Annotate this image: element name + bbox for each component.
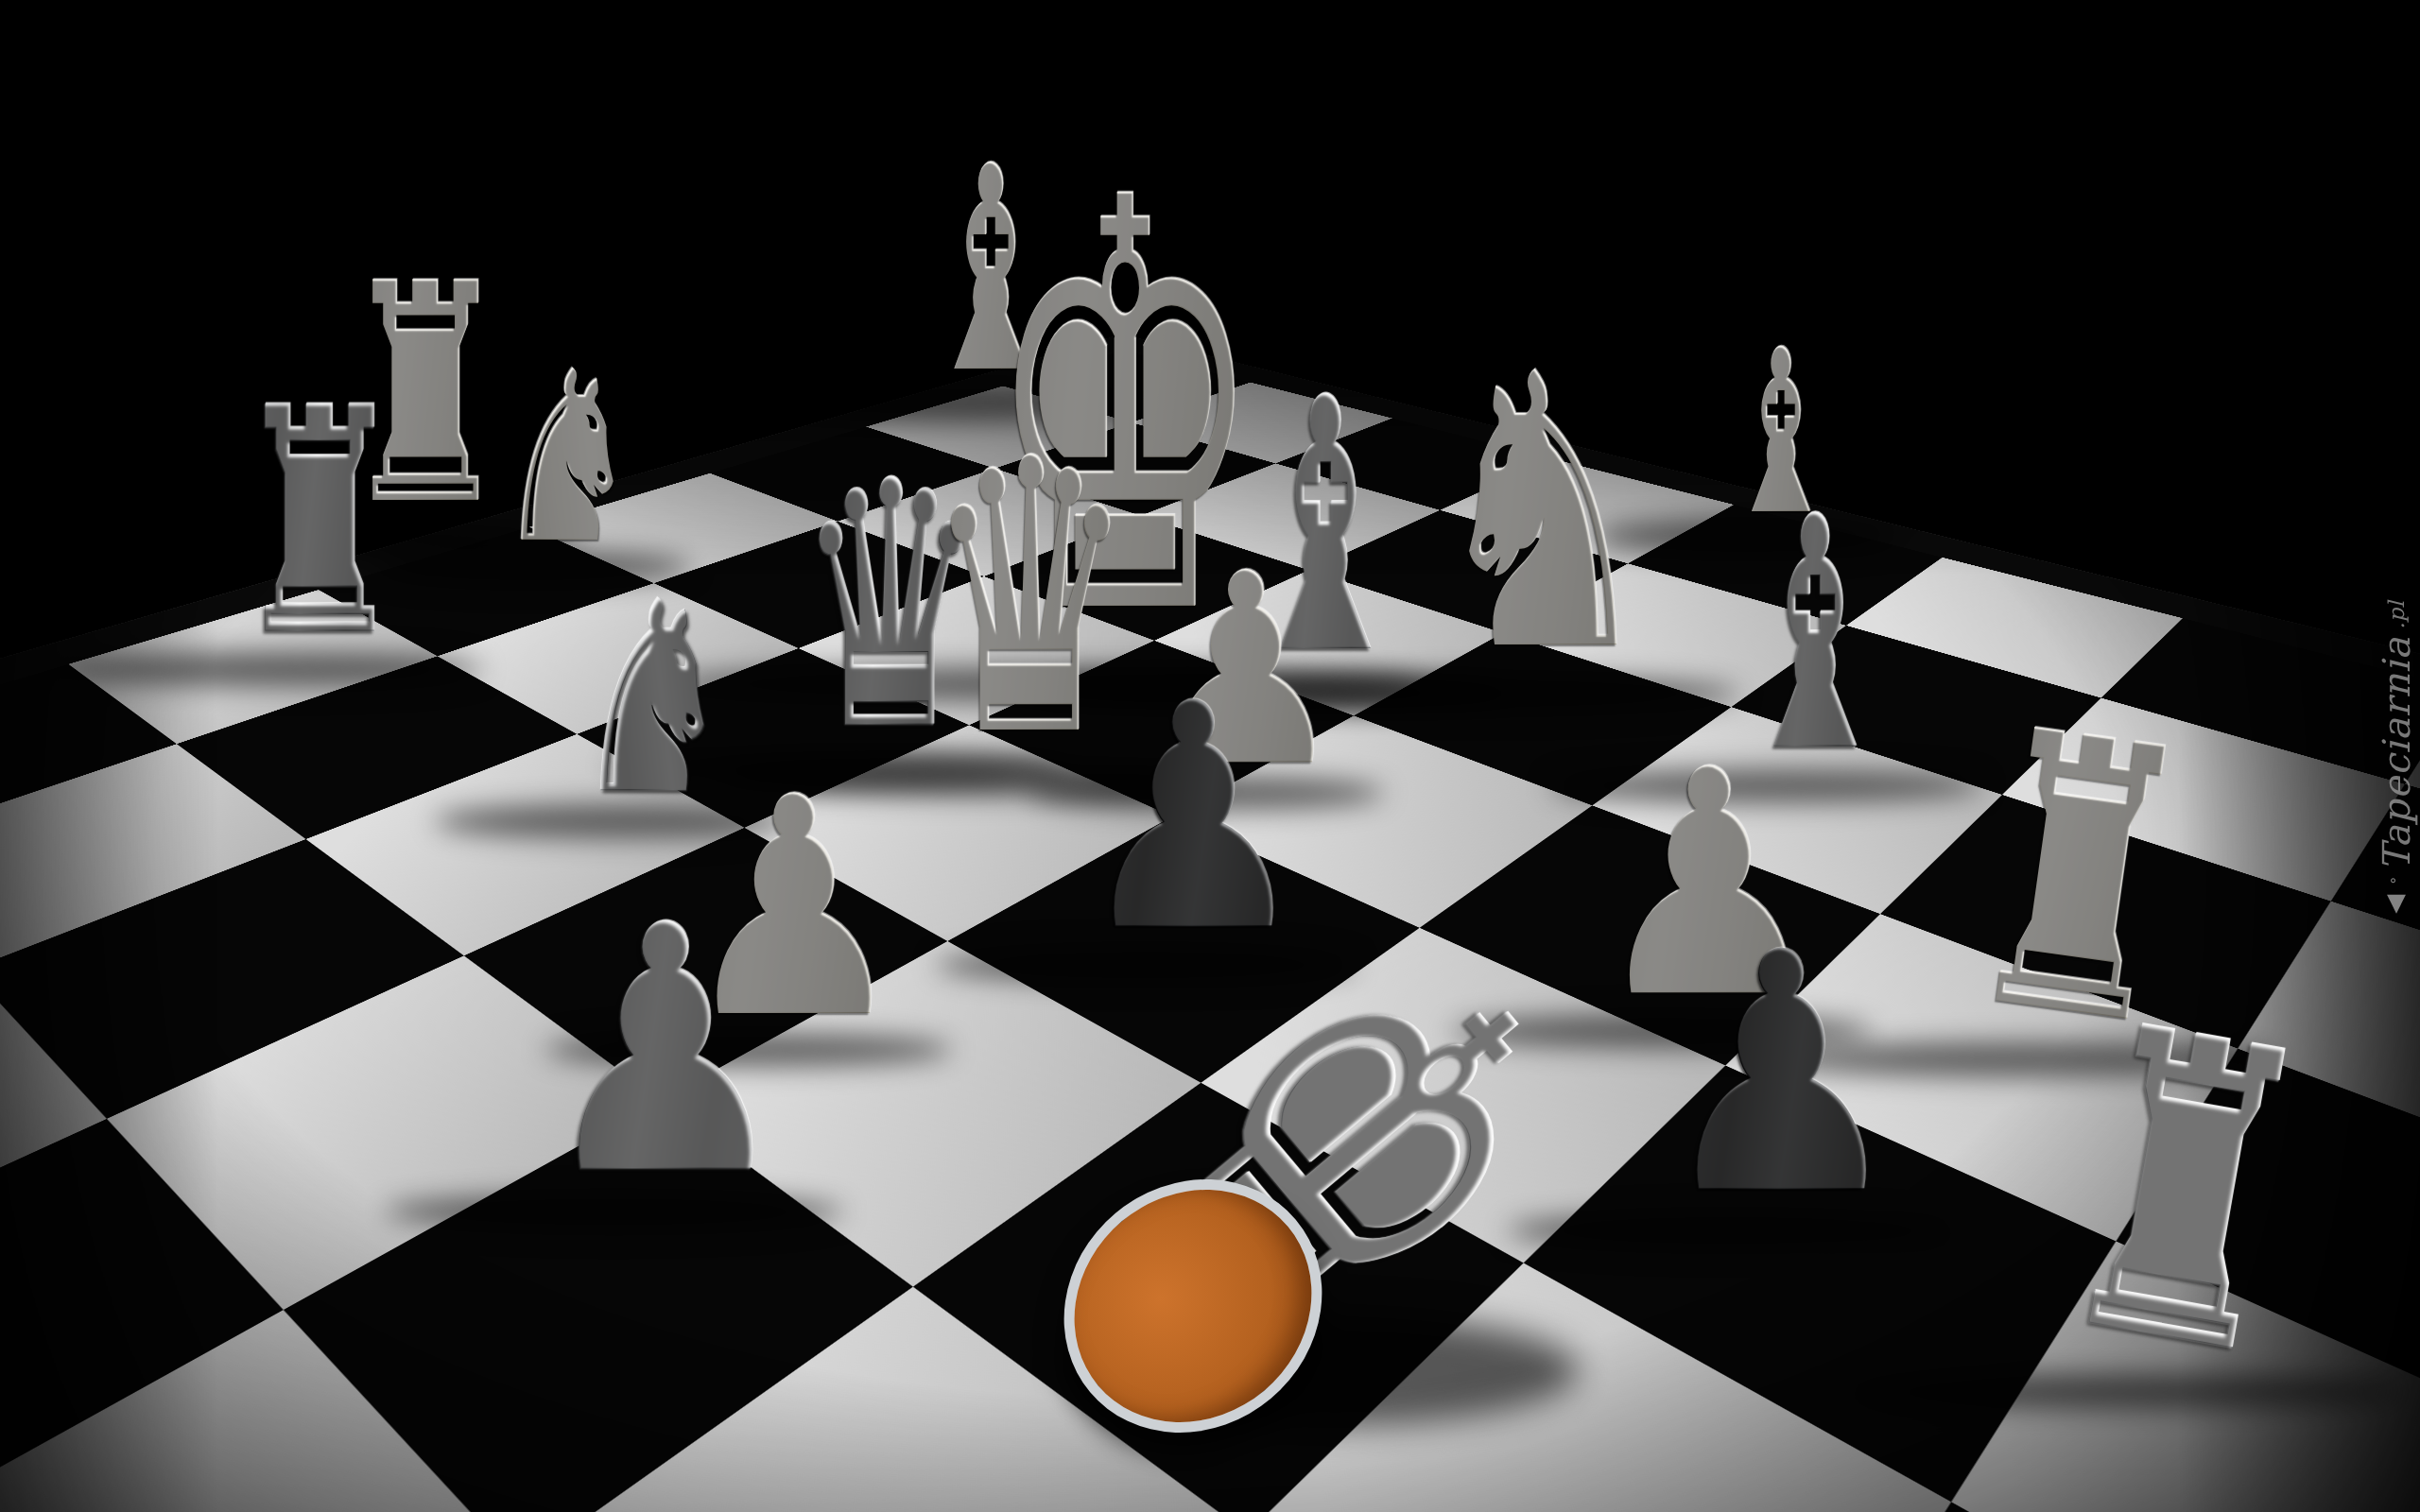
watermark-text: Tapeciarnia	[2375, 636, 2418, 870]
black-pawn: ♟	[1633, 909, 1929, 1240]
watermark-suffix: .pl	[2384, 601, 2409, 628]
white-knight: ♞	[1374, 325, 1713, 703]
watermark-degree-mark: °	[2388, 877, 2406, 885]
pieces-layer: ♜♜♞♞♝♚♛♛♝♟♟♞♝♝♟♟♟♟♜♜♚	[0, 0, 2420, 1512]
white-knight: ♞	[461, 340, 673, 576]
black-pawn: ♟	[513, 881, 819, 1221]
black-rook: ♜	[180, 367, 459, 679]
chess-photo-scene: ♜♜♞♞♝♚♛♛♝♟♟♞♝♝♟♟♟♟♜♜♚ ▲ ° Tapeciarnia .p…	[0, 0, 2420, 1512]
watermark: ▲ ° Tapeciarnia .pl	[2375, 601, 2418, 920]
black-rook: ♜	[1999, 986, 2372, 1401]
watermark-mountain-logo-icon: ▲	[2382, 890, 2411, 920]
